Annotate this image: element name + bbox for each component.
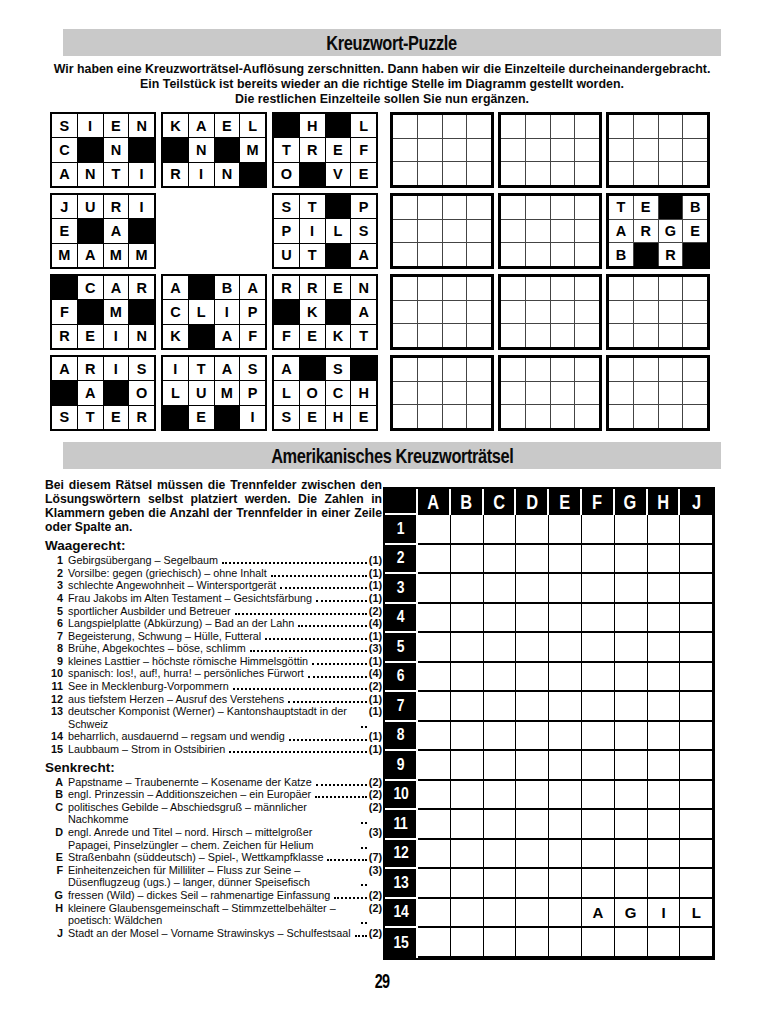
piece-cell-black (300, 163, 325, 186)
grid-cell-B13[interactable] (451, 869, 484, 899)
grid-cell-D2[interactable] (516, 545, 549, 575)
puzzle-piece[interactable]: STPPILSUTA (272, 193, 378, 269)
piece-cell-black (274, 300, 299, 323)
grid-cell-D7[interactable] (516, 692, 549, 722)
diagram-cell-empty[interactable] (501, 243, 525, 266)
crossword-grid-frame: ABCDEFGHJ1234567891011121314AGIL15 (383, 487, 715, 960)
diagram-cell-empty[interactable] (467, 382, 491, 405)
grid-cell-C3[interactable] (484, 574, 517, 604)
grid-cell-A2[interactable] (418, 545, 451, 575)
grid-cell-B10[interactable] (451, 781, 484, 811)
diagram-cell-empty[interactable] (575, 382, 599, 405)
diagram-cell-empty[interactable] (443, 277, 467, 300)
grid-cell-B14[interactable] (451, 899, 484, 929)
grid-cell-D5[interactable] (516, 633, 549, 663)
diagram-cell-empty[interactable] (418, 139, 442, 162)
grid-cell-D15[interactable] (516, 928, 549, 958)
grid-cell-H5[interactable] (648, 633, 681, 663)
diagram-cell-empty[interactable] (609, 139, 633, 162)
grid-cell-B9[interactable] (451, 751, 484, 781)
diagram-cell-empty[interactable] (418, 324, 442, 347)
grid-cell-D12[interactable] (516, 840, 549, 870)
grid-cell-B7[interactable] (451, 692, 484, 722)
diagram-cell-empty[interactable] (467, 277, 491, 300)
grid-cell-C15[interactable] (484, 928, 517, 958)
diagram-cell-empty[interactable] (526, 277, 550, 300)
diagram-cell-empty[interactable] (659, 358, 683, 381)
grid-cell-A6[interactable] (418, 663, 451, 693)
grid-cell-E9[interactable] (549, 751, 582, 781)
diagram-cell-empty[interactable] (659, 139, 683, 162)
diagram-cell-empty[interactable] (683, 115, 707, 138)
grid-cell-G6[interactable] (615, 663, 648, 693)
diagram-cell-empty[interactable] (683, 139, 707, 162)
grid-cell-A12[interactable] (418, 840, 451, 870)
diagram-cell-empty[interactable] (467, 358, 491, 381)
puzzle-piece[interactable]: RRENKAFEKT (272, 274, 378, 350)
grid-cell-J4[interactable] (680, 604, 713, 634)
grid-cell-C1[interactable] (484, 515, 517, 545)
grid-cell-B11[interactable] (451, 810, 484, 840)
grid-cell-B1[interactable] (451, 515, 484, 545)
puzzle-piece[interactable]: KAELNMRIN (161, 112, 267, 188)
grid-cell-E7[interactable] (549, 692, 582, 722)
grid-cell-G1[interactable] (615, 515, 648, 545)
diagram-cell-empty[interactable] (634, 382, 658, 405)
diagram-cell-empty[interactable] (501, 139, 525, 162)
grid-cell-D3[interactable] (516, 574, 549, 604)
diagram-cell-empty[interactable] (418, 382, 442, 405)
grid-cell-G7[interactable] (615, 692, 648, 722)
grid-cell-D6[interactable] (516, 663, 549, 693)
diagram-cell-empty[interactable] (526, 405, 550, 428)
diagram-cell-empty[interactable] (575, 139, 599, 162)
grid-cell-E14[interactable] (549, 899, 582, 929)
grid-cell-H7[interactable] (648, 692, 681, 722)
grid-cell-F15[interactable] (582, 928, 615, 958)
diagram-cell-empty[interactable] (467, 243, 491, 266)
diagram-cell-empty[interactable] (575, 220, 599, 243)
diagram-cell-empty[interactable] (418, 162, 442, 185)
grid-cell-C12[interactable] (484, 840, 517, 870)
diagram-cell-empty[interactable] (683, 301, 707, 324)
grid-cell-J8[interactable] (680, 722, 713, 752)
diagram-cell-empty[interactable] (393, 139, 417, 162)
diagram-cell-empty[interactable] (683, 382, 707, 405)
grid-cell-H13[interactable] (648, 869, 681, 899)
grid-cell-F13[interactable] (582, 869, 615, 899)
puzzle-piece[interactable]: JURIEAMAMM (50, 193, 156, 269)
piece-cell: V (326, 163, 351, 186)
grid-cell-F8[interactable] (582, 722, 615, 752)
grid-cell-E15[interactable] (549, 928, 582, 958)
diagram-cell-empty[interactable] (634, 358, 658, 381)
grid-cell-J3[interactable] (680, 574, 713, 604)
puzzle-piece[interactable]: SIENCNANTI (50, 112, 156, 188)
diagram-cell-empty[interactable] (501, 324, 525, 347)
grid-cell-J5[interactable] (680, 633, 713, 663)
diagram-cell-letter: E (634, 196, 658, 219)
diagram-cell-empty[interactable] (418, 277, 442, 300)
diagram-cell-empty[interactable] (526, 139, 550, 162)
grid-cell-C8[interactable] (484, 722, 517, 752)
diagram-cell-empty[interactable] (443, 405, 467, 428)
diagram-cell-empty[interactable] (418, 115, 442, 138)
grid-cell-G13[interactable] (615, 869, 648, 899)
piece-cell: T (274, 138, 299, 161)
grid-cell-E10[interactable] (549, 781, 582, 811)
diagram-cell-empty[interactable] (418, 243, 442, 266)
grid-cell-B15[interactable] (451, 928, 484, 958)
diagram-cell-empty[interactable] (443, 301, 467, 324)
diagram-cell-empty[interactable] (551, 301, 575, 324)
grid-cell-B6[interactable] (451, 663, 484, 693)
grid-cell-B2[interactable] (451, 545, 484, 575)
grid-cell-C6[interactable] (484, 663, 517, 693)
diagram-cell-empty[interactable] (634, 405, 658, 428)
piece-cell: A (52, 357, 77, 380)
grid-cell-A1[interactable] (418, 515, 451, 545)
grid-cell-J6[interactable] (680, 663, 713, 693)
diagram-cell-empty[interactable] (551, 115, 575, 138)
diagram-cell-empty[interactable] (575, 324, 599, 347)
diagram-cell-empty[interactable] (393, 382, 417, 405)
grid-cell-G9[interactable] (615, 751, 648, 781)
grid-cell-D8[interactable] (516, 722, 549, 752)
diagram-cell-empty[interactable] (609, 324, 633, 347)
grid-cell-A7[interactable] (418, 692, 451, 722)
diagram-cell-empty[interactable] (393, 405, 417, 428)
grid-cell-J1[interactable] (680, 515, 713, 545)
diagram-cell-empty[interactable] (575, 301, 599, 324)
grid-cell-J11[interactable] (680, 810, 713, 840)
diagram-cell-empty[interactable] (526, 243, 550, 266)
diagram-cell-empty[interactable] (659, 405, 683, 428)
grid-cell-F12[interactable] (582, 840, 615, 870)
diagram-cell-empty[interactable] (526, 358, 550, 381)
diagram-cell-empty[interactable] (683, 162, 707, 185)
diagram-cell-empty[interactable] (393, 277, 417, 300)
diagram-cell-empty[interactable] (393, 324, 417, 347)
down-clue: Cpolitisches Gebilde – Abschiedsgruß – m… (45, 801, 382, 826)
grid-cell-G4[interactable] (615, 604, 648, 634)
grid-cell-H6[interactable] (648, 663, 681, 693)
row-header-label: 4 (397, 607, 404, 627)
diagram-cell-empty[interactable] (551, 277, 575, 300)
diagram-cell-empty[interactable] (683, 405, 707, 428)
diagram-cell-empty[interactable] (609, 162, 633, 185)
grid-cell-F7[interactable] (582, 692, 615, 722)
grid-cell-J7[interactable] (680, 692, 713, 722)
diagram-cell-empty[interactable] (443, 358, 467, 381)
diagram-cell-empty[interactable] (501, 277, 525, 300)
grid-cell-H4[interactable] (648, 604, 681, 634)
grid-cell-D9[interactable] (516, 751, 549, 781)
grid-cell-H15[interactable] (648, 928, 681, 958)
grid-cell-E2[interactable] (549, 545, 582, 575)
grid-cell-G14-prefilled: G (615, 899, 648, 929)
grid-cell-F3[interactable] (582, 574, 615, 604)
piece-cell: A (104, 276, 129, 299)
grid-cell-F6[interactable] (582, 663, 615, 693)
piece-cell: A (189, 114, 214, 137)
dot-leader (327, 859, 366, 861)
grid-cell-E8[interactable] (549, 722, 582, 752)
diagram-cell-empty[interactable] (683, 277, 707, 300)
diagram-cell-empty[interactable] (526, 115, 550, 138)
diagram-cell-empty[interactable] (551, 324, 575, 347)
diagram-cell-empty[interactable] (418, 220, 442, 243)
diagram-cell-empty[interactable] (609, 277, 633, 300)
diagram-cell-empty[interactable] (443, 382, 467, 405)
grid-cell-C14[interactable] (484, 899, 517, 929)
grid-cell-A13[interactable] (418, 869, 451, 899)
diagram-cell-empty[interactable] (551, 220, 575, 243)
clue-text: Straßenbahn (süddeutsch) – Spiel-, Wettk… (68, 851, 323, 864)
puzzle-piece[interactable]: HLTREFOVE (272, 112, 378, 188)
diagram-cell-empty[interactable] (393, 243, 417, 266)
diagram-cell-empty[interactable] (443, 324, 467, 347)
diagram-cell-empty[interactable] (575, 405, 599, 428)
diagram-cell-empty[interactable] (501, 405, 525, 428)
grid-cell-F10[interactable] (582, 781, 615, 811)
grid-cell-D4[interactable] (516, 604, 549, 634)
grid-cell-C2[interactable] (484, 545, 517, 575)
diagram-cell-empty[interactable] (467, 405, 491, 428)
grid-cell-G12[interactable] (615, 840, 648, 870)
dot-leader (361, 726, 367, 728)
diagram-cell-empty[interactable] (501, 220, 525, 243)
grid-cell-J15[interactable] (680, 928, 713, 958)
grid-cell-G5[interactable] (615, 633, 648, 663)
diagram-cell-empty[interactable] (418, 301, 442, 324)
diagram-cell-empty[interactable] (467, 324, 491, 347)
diagram-cell-empty[interactable] (634, 277, 658, 300)
grid-cell-E4[interactable] (549, 604, 582, 634)
diagram-cell-empty[interactable] (609, 358, 633, 381)
grid-cell-A3[interactable] (418, 574, 451, 604)
grid-cell-G11[interactable] (615, 810, 648, 840)
grid-cell-B12[interactable] (451, 840, 484, 870)
grid-cell-F9[interactable] (582, 751, 615, 781)
diagram-cell-empty[interactable] (393, 358, 417, 381)
grid-cell-C13[interactable] (484, 869, 517, 899)
grid-cell-F2[interactable] (582, 545, 615, 575)
grid-cell-A11[interactable] (418, 810, 451, 840)
diagram-cell-empty[interactable] (551, 243, 575, 266)
diagram-cell-empty[interactable] (443, 196, 467, 219)
grid-cell-C5[interactable] (484, 633, 517, 663)
diagram-cell-empty[interactable] (609, 405, 633, 428)
grid-cell-G8[interactable] (615, 722, 648, 752)
diagram-cell-empty[interactable] (659, 324, 683, 347)
grid-cell-B8[interactable] (451, 722, 484, 752)
grid-cell-A10[interactable] (418, 781, 451, 811)
diagram-cell-empty[interactable] (443, 243, 467, 266)
diagram-cell-empty[interactable] (551, 358, 575, 381)
grid-cell-H2[interactable] (648, 545, 681, 575)
grid-cell-D1[interactable] (516, 515, 549, 545)
diagram-cell-empty[interactable] (467, 220, 491, 243)
diagram-cell-empty[interactable] (551, 405, 575, 428)
grid-cell-H11[interactable] (648, 810, 681, 840)
grid-cell-A8[interactable] (418, 722, 451, 752)
diagram-cell-empty[interactable] (575, 243, 599, 266)
diagram-cell-empty[interactable] (634, 115, 658, 138)
diagram-cell-empty[interactable] (659, 162, 683, 185)
grid-cell-H10[interactable] (648, 781, 681, 811)
diagram-cell-empty[interactable] (659, 382, 683, 405)
clue-count: (1) (369, 592, 382, 605)
grid-cell-H8[interactable] (648, 722, 681, 752)
grid-cell-A4[interactable] (418, 604, 451, 634)
grid-cell-B3[interactable] (451, 574, 484, 604)
diagram-cell-empty[interactable] (418, 405, 442, 428)
grid-cell-G2[interactable] (615, 545, 648, 575)
diagram-cell-empty[interactable] (393, 115, 417, 138)
grid-cell-C11[interactable] (484, 810, 517, 840)
diagram-cell-empty[interactable] (609, 115, 633, 138)
diagram-cell-empty[interactable] (575, 277, 599, 300)
grid-cell-H9[interactable] (648, 751, 681, 781)
puzzle-piece[interactable]: ITASLUMPEI (161, 355, 267, 431)
diagram-cell-empty[interactable] (501, 162, 525, 185)
grid-cell-F1[interactable] (582, 515, 615, 545)
grid-cell-E6[interactable] (549, 663, 582, 693)
puzzle-piece[interactable]: ARISAOSTER (50, 355, 156, 431)
grid-cell-D13[interactable] (516, 869, 549, 899)
diagram-cell-empty[interactable] (501, 196, 525, 219)
diagram-cell-empty[interactable] (575, 115, 599, 138)
diagram-cell-empty[interactable] (467, 115, 491, 138)
grid-cell-H14-prefilled: I (648, 899, 681, 929)
diagram-cell-empty[interactable] (575, 162, 599, 185)
grid-cell-G15[interactable] (615, 928, 648, 958)
diagram-cell-empty[interactable] (551, 196, 575, 219)
clue-number: B (45, 788, 63, 801)
diagram-cell-empty[interactable] (551, 382, 575, 405)
diagram-cell-empty[interactable] (467, 301, 491, 324)
puzzle-piece[interactable]: ASLOCHSEHE (272, 355, 378, 431)
grid-cell-E1[interactable] (549, 515, 582, 545)
diagram-cell-empty[interactable] (659, 301, 683, 324)
diagram-cell-empty[interactable] (418, 196, 442, 219)
across-clue: 8Brühe, Abgekochtes – böse, schlimm(3) (45, 642, 382, 655)
diagram-cell-empty[interactable] (393, 196, 417, 219)
grid-cell-G3[interactable] (615, 574, 648, 604)
diagram-cell-empty[interactable] (683, 324, 707, 347)
grid-cell-E11[interactable] (549, 810, 582, 840)
grid-cell-D10[interactable] (516, 781, 549, 811)
grid-cell-B4[interactable] (451, 604, 484, 634)
grid-cell-C9[interactable] (484, 751, 517, 781)
diagram-cell-empty[interactable] (501, 382, 525, 405)
diagram-cell-empty[interactable] (526, 301, 550, 324)
grid-cell-H12[interactable] (648, 840, 681, 870)
piece-cell-black (300, 357, 325, 380)
row-header-label: 5 (397, 637, 404, 657)
diagram-cell-empty[interactable] (526, 162, 550, 185)
diagram-cell-empty[interactable] (609, 301, 633, 324)
grid-cell-H1[interactable] (648, 515, 681, 545)
diagram-cell-empty[interactable] (659, 115, 683, 138)
grid-cell-J10[interactable] (680, 781, 713, 811)
grid-cell-J13[interactable] (680, 869, 713, 899)
diagram-cell-empty[interactable] (526, 196, 550, 219)
grid-cell-F4[interactable] (582, 604, 615, 634)
piece-cell: I (215, 300, 240, 323)
diagram-cell-empty[interactable] (418, 358, 442, 381)
diagram-cell-empty[interactable] (575, 196, 599, 219)
diagram-cell-empty[interactable] (551, 139, 575, 162)
diagram-cell-empty[interactable] (501, 301, 525, 324)
grid-cell-C10[interactable] (484, 781, 517, 811)
across-clue: 1Gebirgsübergang – Segelbaum(1) (45, 554, 382, 567)
diagram-cell-empty[interactable] (393, 162, 417, 185)
grid-cell-F5[interactable] (582, 633, 615, 663)
grid-cell-E12[interactable] (549, 840, 582, 870)
grid-cell-D14[interactable] (516, 899, 549, 929)
piece-cell: I (104, 325, 129, 348)
grid-cell-C7[interactable] (484, 692, 517, 722)
diagram-cell-empty[interactable] (659, 277, 683, 300)
puzzle-piece[interactable]: ABACLIPKAF (161, 274, 267, 350)
diagram-cell-empty[interactable] (501, 115, 525, 138)
grid-cell-J12[interactable] (680, 840, 713, 870)
grid-cell-A9[interactable] (418, 751, 451, 781)
diagram-cell-empty[interactable] (575, 358, 599, 381)
puzzle-piece[interactable]: CARFMREIN (50, 274, 156, 350)
diagram-block: TEBARGEBR (606, 193, 710, 269)
diagram-cell-empty[interactable] (393, 301, 417, 324)
grid-cell-E3[interactable] (549, 574, 582, 604)
grid-cell-F11[interactable] (582, 810, 615, 840)
diagram-cell-empty[interactable] (526, 382, 550, 405)
grid-cell-A14[interactable] (418, 899, 451, 929)
diagram-cell-empty[interactable] (467, 196, 491, 219)
grid-cell-J2[interactable] (680, 545, 713, 575)
diagram-cell-empty[interactable] (634, 139, 658, 162)
diagram-cell-empty[interactable] (683, 358, 707, 381)
grid-cell-E5[interactable] (549, 633, 582, 663)
diagram-cell-empty[interactable] (443, 115, 467, 138)
diagram-cell-empty[interactable] (526, 324, 550, 347)
grid-cell-A5[interactable] (418, 633, 451, 663)
diagram-cell-empty[interactable] (501, 358, 525, 381)
grid-cell-A15[interactable] (418, 928, 451, 958)
diagram-cell-empty[interactable] (443, 162, 467, 185)
diagram-block (498, 112, 602, 188)
diagram-cell-empty[interactable] (443, 220, 467, 243)
diagram-cell-empty[interactable] (526, 220, 550, 243)
grid-cell-H3[interactable] (648, 574, 681, 604)
diagram-cell-empty[interactable] (609, 382, 633, 405)
diagram-cell-empty[interactable] (467, 139, 491, 162)
diagram-cell-empty[interactable] (634, 162, 658, 185)
diagram-cell-empty[interactable] (393, 220, 417, 243)
grid-cell-C4[interactable] (484, 604, 517, 634)
diagram-cell-empty[interactable] (443, 139, 467, 162)
grid-cell-B5[interactable] (451, 633, 484, 663)
grid-cell-E13[interactable] (549, 869, 582, 899)
grid-cell-G10[interactable] (615, 781, 648, 811)
diagram-cell-empty[interactable] (467, 162, 491, 185)
grid-cell-D11[interactable] (516, 810, 549, 840)
diagram-cell-empty[interactable] (634, 324, 658, 347)
diagram-cell-empty[interactable] (551, 162, 575, 185)
diagram-cell-empty[interactable] (634, 301, 658, 324)
grid-cell-J9[interactable] (680, 751, 713, 781)
